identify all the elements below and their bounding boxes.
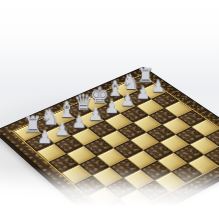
piece-silver-pawn: ♟ — [151, 79, 165, 95]
bottom-light-fade — [0, 167, 219, 219]
piece-silver-rook: ♜ — [136, 66, 154, 86]
chess-set-photo: ♜♞♝♛♚♝♞♜♟♟♟♟♟♟♟♟ — [0, 0, 219, 219]
